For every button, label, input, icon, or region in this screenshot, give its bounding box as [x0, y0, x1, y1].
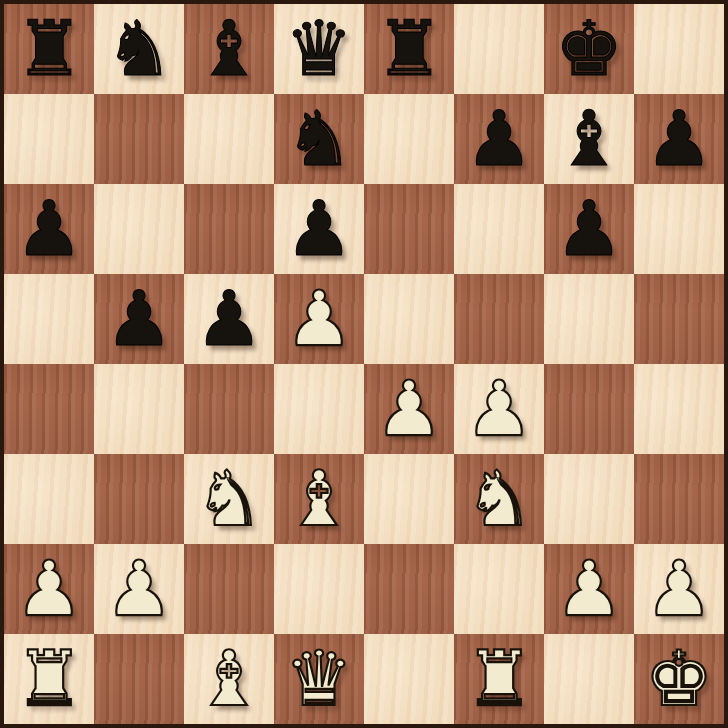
square-e6[interactable]	[364, 184, 454, 274]
black-pawn[interactable]: ♟	[645, 101, 713, 177]
square-a2[interactable]: ♟	[4, 544, 94, 634]
white-pawn[interactable]: ♟	[105, 551, 173, 627]
white-pawn[interactable]: ♟	[375, 371, 443, 447]
square-d7[interactable]: ♞	[274, 94, 364, 184]
square-d2[interactable]	[274, 544, 364, 634]
black-pawn[interactable]: ♟	[465, 101, 533, 177]
square-b3[interactable]	[94, 454, 184, 544]
black-bishop[interactable]: ♝	[195, 11, 263, 87]
square-e3[interactable]	[364, 454, 454, 544]
white-knight[interactable]: ♞	[465, 461, 533, 537]
square-a1[interactable]: ♜	[4, 634, 94, 724]
square-b7[interactable]	[94, 94, 184, 184]
square-g5[interactable]	[544, 274, 634, 364]
square-b4[interactable]	[94, 364, 184, 454]
square-f4[interactable]: ♟	[454, 364, 544, 454]
square-a7[interactable]	[4, 94, 94, 184]
square-g3[interactable]	[544, 454, 634, 544]
square-c6[interactable]	[184, 184, 274, 274]
white-king[interactable]: ♚	[645, 641, 713, 717]
square-c4[interactable]	[184, 364, 274, 454]
square-d8[interactable]: ♛	[274, 4, 364, 94]
square-c8[interactable]: ♝	[184, 4, 274, 94]
square-h2[interactable]: ♟	[634, 544, 724, 634]
square-h7[interactable]: ♟	[634, 94, 724, 184]
square-g1[interactable]	[544, 634, 634, 724]
square-a8[interactable]: ♜	[4, 4, 94, 94]
square-h3[interactable]	[634, 454, 724, 544]
square-b1[interactable]	[94, 634, 184, 724]
square-c2[interactable]	[184, 544, 274, 634]
black-rook[interactable]: ♜	[375, 11, 443, 87]
square-d3[interactable]: ♝	[274, 454, 364, 544]
white-rook[interactable]: ♜	[15, 641, 83, 717]
square-a4[interactable]	[4, 364, 94, 454]
square-g6[interactable]: ♟	[544, 184, 634, 274]
square-c3[interactable]: ♞	[184, 454, 274, 544]
square-e1[interactable]	[364, 634, 454, 724]
black-pawn[interactable]: ♟	[555, 191, 623, 267]
square-d4[interactable]	[274, 364, 364, 454]
square-d6[interactable]: ♟	[274, 184, 364, 274]
square-e4[interactable]: ♟	[364, 364, 454, 454]
square-a3[interactable]	[4, 454, 94, 544]
black-queen[interactable]: ♛	[285, 11, 353, 87]
black-pawn[interactable]: ♟	[15, 191, 83, 267]
square-c5[interactable]: ♟	[184, 274, 274, 364]
square-e2[interactable]	[364, 544, 454, 634]
black-rook[interactable]: ♜	[15, 11, 83, 87]
square-g4[interactable]	[544, 364, 634, 454]
square-c1[interactable]: ♝	[184, 634, 274, 724]
square-h6[interactable]	[634, 184, 724, 274]
white-pawn[interactable]: ♟	[465, 371, 533, 447]
square-f3[interactable]: ♞	[454, 454, 544, 544]
white-pawn[interactable]: ♟	[285, 281, 353, 357]
square-g8[interactable]: ♚	[544, 4, 634, 94]
black-pawn[interactable]: ♟	[195, 281, 263, 357]
square-b2[interactable]: ♟	[94, 544, 184, 634]
black-knight[interactable]: ♞	[105, 11, 173, 87]
white-rook[interactable]: ♜	[465, 641, 533, 717]
black-knight[interactable]: ♞	[285, 101, 353, 177]
white-bishop[interactable]: ♝	[195, 641, 263, 717]
square-f6[interactable]	[454, 184, 544, 274]
square-b6[interactable]	[94, 184, 184, 274]
square-f1[interactable]: ♜	[454, 634, 544, 724]
white-bishop[interactable]: ♝	[285, 461, 353, 537]
square-a5[interactable]	[4, 274, 94, 364]
square-f7[interactable]: ♟	[454, 94, 544, 184]
chess-board: ♜♞♝♛♜♚♞♟♝♟♟♟♟♟♟♟♟♟♞♝♞♟♟♟♟♜♝♛♜♚	[0, 0, 728, 728]
white-knight[interactable]: ♞	[195, 461, 263, 537]
square-b8[interactable]: ♞	[94, 4, 184, 94]
square-f2[interactable]	[454, 544, 544, 634]
square-c7[interactable]	[184, 94, 274, 184]
square-f8[interactable]	[454, 4, 544, 94]
square-f5[interactable]	[454, 274, 544, 364]
square-d5[interactable]: ♟	[274, 274, 364, 364]
black-pawn[interactable]: ♟	[105, 281, 173, 357]
white-pawn[interactable]: ♟	[645, 551, 713, 627]
black-pawn[interactable]: ♟	[285, 191, 353, 267]
square-h5[interactable]	[634, 274, 724, 364]
square-h8[interactable]	[634, 4, 724, 94]
square-h4[interactable]	[634, 364, 724, 454]
square-a6[interactable]: ♟	[4, 184, 94, 274]
square-e8[interactable]: ♜	[364, 4, 454, 94]
square-g7[interactable]: ♝	[544, 94, 634, 184]
black-bishop[interactable]: ♝	[555, 101, 623, 177]
black-king[interactable]: ♚	[555, 11, 623, 87]
square-b5[interactable]: ♟	[94, 274, 184, 364]
white-pawn[interactable]: ♟	[15, 551, 83, 627]
square-e5[interactable]	[364, 274, 454, 364]
square-h1[interactable]: ♚	[634, 634, 724, 724]
white-pawn[interactable]: ♟	[555, 551, 623, 627]
square-e7[interactable]	[364, 94, 454, 184]
square-g2[interactable]: ♟	[544, 544, 634, 634]
square-d1[interactable]: ♛	[274, 634, 364, 724]
white-queen[interactable]: ♛	[285, 641, 353, 717]
